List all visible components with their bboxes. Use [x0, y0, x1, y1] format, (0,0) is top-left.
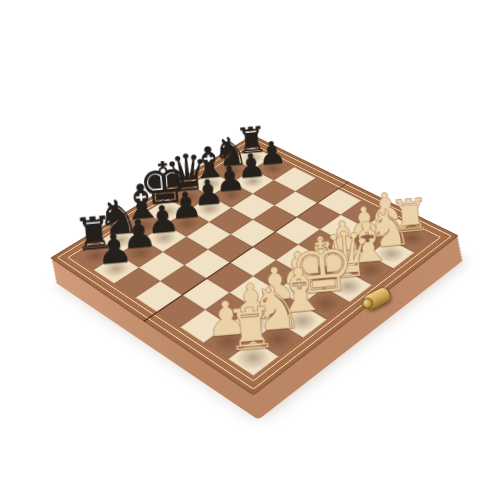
chess-board-3d: ♜♞♝♛♚♝♞♜♟♟♟♟♟♟♟♟♟♟♟♟♟♟♟♟♜♞♝♛♚♝♞♜	[50, 135, 459, 396]
pieces-layer: ♜♞♝♛♚♝♞♜♟♟♟♟♟♟♟♟♟♟♟♟♟♟♟♟♜♞♝♛♚♝♞♜	[74, 146, 435, 375]
chess-board: ♜♞♝♛♚♝♞♜♟♟♟♟♟♟♟♟♟♟♟♟♟♟♟♟♜♞♝♛♚♝♞♜	[50, 135, 459, 396]
chess-piece-black-pawn[interactable]: ♟	[58, 172, 167, 273]
product-photo-scene: ♜♞♝♛♚♝♞♜♟♟♟♟♟♟♟♟♟♟♟♟♟♟♟♟♜♞♝♛♚♝♞♜	[0, 0, 500, 500]
chess-piece-white-rook[interactable]: ♜	[189, 250, 310, 362]
